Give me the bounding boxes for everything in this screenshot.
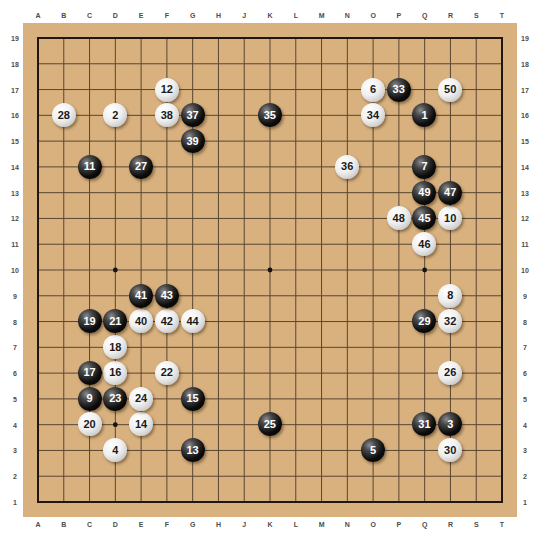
coordinate-label: 14 [11,163,19,170]
coordinate-label: N [345,521,350,528]
coordinate-label: 2 [13,473,17,480]
stone-white-B16: 28 [52,103,76,127]
coordinate-label: S [474,521,479,528]
stone-white-D3: 4 [103,438,127,462]
coordinate-label: 5 [523,395,527,402]
stone-white-D16: 2 [103,103,127,127]
stone-white-R12: 10 [438,206,462,230]
stone-black-C6: 17 [78,361,102,385]
coordinate-label: Q [422,12,427,19]
stone-black-E9: 41 [129,284,153,308]
stone-white-F8: 42 [155,309,179,333]
stone-white-O16: 34 [361,103,385,127]
stone-black-C8: 19 [78,309,102,333]
coordinate-label: 19 [11,35,19,42]
stone-black-K4: 25 [258,412,282,436]
stone-white-R3: 30 [438,438,462,462]
coordinate-label: 18 [11,60,19,67]
coordinate-label: K [267,12,272,19]
stone-black-Q8: 29 [412,309,436,333]
coordinate-label: R [448,521,453,528]
coordinate-label: 2 [523,473,527,480]
coordinate-label: 11 [11,241,18,248]
stone-black-F9: 43 [155,284,179,308]
coordinate-label: 1 [523,499,527,506]
coordinate-label: H [216,12,221,19]
coordinate-label: P [397,521,402,528]
coordinate-label: D [113,12,118,19]
coordinate-label: 10 [11,267,19,274]
coordinate-label: C [87,521,92,528]
stone-black-D8: 21 [103,309,127,333]
stone-black-Q13: 49 [412,181,436,205]
coordinate-label: R [448,12,453,19]
coordinate-label: F [165,521,169,528]
stone-white-E8: 40 [129,309,153,333]
coordinate-label: 17 [11,86,19,93]
coordinate-label: 19 [521,35,529,42]
coordinate-label: N [345,12,350,19]
coordinate-label: J [242,12,246,19]
go-board: 1234567891011121314151617181920212223242… [23,23,517,517]
stone-black-C5: 9 [78,387,102,411]
stone-black-K16: 35 [258,103,282,127]
coordinate-label: 13 [11,189,19,196]
stone-white-F16: 38 [155,103,179,127]
stone-white-D6: 16 [103,361,127,385]
coordinate-label: 15 [521,138,529,145]
stone-black-C14: 11 [78,155,102,179]
coordinate-label: E [139,521,144,528]
coordinate-label: 6 [523,370,527,377]
stone-black-G16: 37 [181,103,205,127]
stone-black-G15: 39 [181,129,205,153]
coordinate-label: 18 [521,60,529,67]
coordinate-label: 11 [521,241,528,248]
coordinate-label: 12 [521,215,529,222]
stone-white-C4: 20 [78,412,102,436]
coordinate-label: 10 [521,267,529,274]
coordinate-label: E [139,12,144,19]
coordinate-label: B [61,521,66,528]
stone-black-G5: 15 [181,387,205,411]
coordinate-label: 6 [13,370,17,377]
coordinate-label: M [319,12,325,19]
coordinate-label: 4 [523,421,527,428]
coordinate-label: J [242,521,246,528]
stone-black-D5: 23 [103,387,127,411]
stone-white-P12: 48 [387,206,411,230]
coordinate-label: 16 [11,112,19,119]
coordinate-label: 17 [521,86,529,93]
stone-white-N14: 36 [335,155,359,179]
stone-black-E14: 27 [129,155,153,179]
stone-black-Q16: 1 [412,103,436,127]
coordinate-label: Q [422,521,427,528]
coordinate-label: 12 [11,215,19,222]
stone-black-Q12: 45 [412,206,436,230]
stone-white-E5: 24 [129,387,153,411]
stone-white-R17: 50 [438,78,462,102]
stone-black-G3: 13 [181,438,205,462]
coordinate-label: O [370,521,375,528]
coordinate-label: 8 [13,318,17,325]
stone-white-E4: 14 [129,412,153,436]
coordinate-label: T [500,521,504,528]
stone-black-P17: 33 [387,78,411,102]
stone-white-Q11: 46 [412,232,436,256]
coordinate-label: 15 [11,138,19,145]
coordinate-label: T [500,12,504,19]
coordinate-label: L [294,12,298,19]
coordinate-label: G [190,521,195,528]
coordinate-label: M [319,521,325,528]
coordinate-label: A [35,12,40,19]
stone-white-F6: 22 [155,361,179,385]
stones-layer: 1234567891011121314151617181920212223242… [25,25,515,515]
coordinate-label: D [113,521,118,528]
coordinate-label: A [35,521,40,528]
coordinate-label: 14 [521,163,529,170]
stone-white-R8: 32 [438,309,462,333]
coordinate-label: 9 [523,292,527,299]
stone-black-Q4: 31 [412,412,436,436]
coordinate-label: 16 [521,112,529,119]
coordinate-label: 3 [523,447,527,454]
stone-white-O17: 6 [361,78,385,102]
stone-white-R9: 8 [438,284,462,308]
coordinate-label: O [370,12,375,19]
coordinate-label: 9 [13,292,17,299]
coordinate-label: B [61,12,66,19]
stone-white-F17: 12 [155,78,179,102]
coordinate-label: 4 [13,421,17,428]
coordinate-label: F [165,12,169,19]
coordinate-label: 8 [523,318,527,325]
coordinate-label: 5 [13,395,17,402]
coordinate-label: 7 [13,344,17,351]
stone-black-R4: 3 [438,412,462,436]
coordinate-label: P [397,12,402,19]
coordinate-label: 7 [523,344,527,351]
coordinate-label: 1 [13,499,17,506]
stone-black-Q14: 7 [412,155,436,179]
stone-white-R6: 26 [438,361,462,385]
stone-white-G8: 44 [181,309,205,333]
coordinate-label: 3 [13,447,17,454]
coordinate-label: K [267,521,272,528]
coordinate-label: 13 [521,189,529,196]
coordinate-label: S [474,12,479,19]
stone-white-D7: 18 [103,335,127,359]
stone-black-O3: 5 [361,438,385,462]
coordinate-label: C [87,12,92,19]
stone-black-R13: 47 [438,181,462,205]
go-game-record-screenshot: 1234567891011121314151617181920212223242… [0,0,540,540]
coordinate-label: L [294,521,298,528]
coordinate-label: H [216,521,221,528]
coordinate-label: G [190,12,195,19]
